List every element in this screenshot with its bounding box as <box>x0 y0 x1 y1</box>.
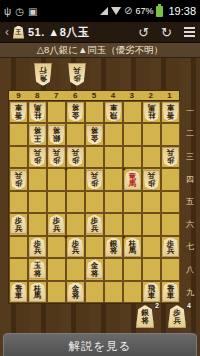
alarm-icon: ◷ <box>15 6 24 17</box>
gote-hand-piece[interactable]: 歩兵 <box>68 63 86 86</box>
sente-piece-香車[interactable]: 香車 <box>10 282 27 302</box>
clock-time: 19:38 <box>168 5 196 17</box>
status-bar: ψ ◷ ▣ ⊘ 67% 19:38 <box>0 0 200 22</box>
wifi-icon <box>111 7 121 15</box>
board-cell[interactable] <box>66 123 85 145</box>
sente-piece-歩兵[interactable]: 歩兵 <box>48 214 65 234</box>
board-cell[interactable] <box>104 191 123 213</box>
sente-piece-銀将[interactable]: 銀将 <box>136 305 154 328</box>
board-cell[interactable] <box>104 146 123 168</box>
shogi-board[interactable]: 香車桂馬金将飛車桂馬香車王将銀将金将歩兵歩兵歩兵歩兵歩兵歩兵竜馬歩兵歩兵歩兵歩兵… <box>8 100 180 304</box>
hoshi-dot <box>122 236 125 239</box>
board-cell[interactable] <box>142 146 161 168</box>
gote-piece-香車[interactable]: 香車 <box>10 102 27 122</box>
board-cell[interactable] <box>123 213 142 235</box>
variation-note-bar: △8八銀に▲同玉（優劣不明） <box>0 43 200 58</box>
board-cell[interactable] <box>161 191 180 213</box>
board-cell[interactable] <box>104 168 123 190</box>
board-cell[interactable] <box>9 191 28 213</box>
board-cell[interactable] <box>123 258 142 280</box>
board-cell[interactable] <box>123 123 142 145</box>
sente-hand-piece[interactable]: 銀将2 <box>136 305 154 328</box>
file-label: 1 <box>160 91 179 100</box>
board-cell[interactable]: 王将 <box>28 123 47 145</box>
sente-piece-香車[interactable]: 香車 <box>162 282 179 302</box>
board-cell[interactable]: 歩兵 <box>161 236 180 258</box>
board-cell[interactable] <box>28 191 47 213</box>
sente-piece-金将[interactable]: 金将 <box>67 282 84 302</box>
board-cell[interactable] <box>161 258 180 280</box>
gote-hand-tray: 角行歩兵 <box>0 58 200 90</box>
app-bar: ‹ 王 51. ▲8八玉 ↺ ↻ <box>0 22 200 43</box>
screenshot-icon: ▣ <box>28 6 37 17</box>
gote-piece-歩兵[interactable]: 歩兵 <box>143 170 160 190</box>
sente-piece-桂馬[interactable]: 桂馬 <box>124 237 141 257</box>
rank-labels: 一二三四五六七八九 <box>180 90 200 304</box>
board-cell[interactable] <box>47 258 66 280</box>
gote-piece-歩兵[interactable]: 歩兵 <box>29 147 46 167</box>
board-cell[interactable]: 金将 <box>85 123 104 145</box>
sente-piece-歩兵[interactable]: 歩兵 <box>10 214 27 234</box>
undo-icon[interactable]: ↺ <box>138 26 149 39</box>
gote-piece-歩兵[interactable]: 歩兵 <box>67 147 84 167</box>
board-cell[interactable] <box>161 213 180 235</box>
hoshi-dot <box>65 236 68 239</box>
gote-piece-歩兵[interactable]: 歩兵 <box>48 147 65 167</box>
board-cell[interactable]: 歩兵 <box>85 168 104 190</box>
battery-icon <box>156 6 163 17</box>
board-cell[interactable] <box>28 213 47 235</box>
sente-piece-金将[interactable]: 金将 <box>86 259 103 279</box>
gote-piece-桂馬[interactable]: 桂馬 <box>143 102 160 122</box>
sente-piece-玉将[interactable]: 玉将 <box>29 259 46 279</box>
board-cell[interactable]: 歩兵 <box>142 168 161 190</box>
board-cell[interactable]: 桂馬 <box>123 236 142 258</box>
board-cell[interactable]: 歩兵 <box>161 146 180 168</box>
gote-piece-歩兵[interactable]: 歩兵 <box>10 170 27 190</box>
board-cell[interactable] <box>85 281 104 303</box>
board-cell[interactable]: 歩兵 <box>9 168 28 190</box>
board-cell[interactable] <box>9 123 28 145</box>
board-cell[interactable] <box>142 258 161 280</box>
board-cell[interactable]: 香車 <box>161 281 180 303</box>
rank-label: 三 <box>180 145 200 168</box>
board-cell[interactable] <box>142 191 161 213</box>
rank-label: 四 <box>180 168 200 191</box>
file-label: 5 <box>85 91 104 100</box>
file-label: 8 <box>28 91 47 100</box>
board-cell[interactable] <box>66 191 85 213</box>
board-cell[interactable] <box>47 236 66 258</box>
board-cell[interactable] <box>28 168 47 190</box>
board-cell[interactable]: 金将 <box>66 281 85 303</box>
sente-piece-歩兵[interactable]: 歩兵 <box>29 237 46 257</box>
board-cell[interactable] <box>123 146 142 168</box>
file-label: 7 <box>47 91 66 100</box>
commentary-button[interactable]: 解説を見る <box>3 333 197 356</box>
gote-piece-歩兵[interactable]: 歩兵 <box>162 147 179 167</box>
board-cell[interactable] <box>85 191 104 213</box>
board-cell[interactable] <box>104 213 123 235</box>
back-button[interactable]: ‹ <box>5 26 9 38</box>
gote-piece-金将[interactable]: 金将 <box>86 125 103 145</box>
variation-note: △8八銀に▲同玉（優劣不明） <box>37 44 164 57</box>
board-cell[interactable] <box>85 236 104 258</box>
hoshi-dot <box>65 168 68 171</box>
gote-piece-香車[interactable]: 香車 <box>162 102 179 122</box>
board-cell[interactable]: 飛車 <box>104 101 123 123</box>
board-cell[interactable]: 銀将 <box>47 123 66 145</box>
board-cell[interactable]: 歩兵 <box>66 236 85 258</box>
sente-hand-piece[interactable]: 歩兵4 <box>168 305 186 328</box>
board-cell[interactable]: 桂馬 <box>28 281 47 303</box>
board-cell[interactable]: 金将 <box>66 101 85 123</box>
sente-piece-竜馬[interactable]: 竜馬 <box>124 170 141 190</box>
board-cell[interactable] <box>142 236 161 258</box>
battery-percent: 67% <box>135 6 153 16</box>
gote-piece-角行[interactable]: 角行 <box>34 63 52 86</box>
gote-piece-歩兵[interactable]: 歩兵 <box>68 63 86 86</box>
hoshi-dot <box>122 168 125 171</box>
gote-piece-金将[interactable]: 金将 <box>67 102 84 122</box>
board-cell[interactable]: 歩兵 <box>47 146 66 168</box>
board-cell[interactable] <box>161 168 180 190</box>
board-cell[interactable] <box>123 281 142 303</box>
board-cell[interactable]: 玉将 <box>28 258 47 280</box>
board-cell[interactable] <box>161 123 180 145</box>
board-cell[interactable] <box>66 213 85 235</box>
piece-count-badge: 4 <box>187 302 191 309</box>
sente-piece-飛車[interactable]: 飛車 <box>143 282 160 302</box>
sente-piece-歩兵[interactable]: 歩兵 <box>67 237 84 257</box>
rank-label: 二 <box>180 123 200 146</box>
rank-label: 六 <box>180 213 200 236</box>
menu-icon[interactable] <box>184 27 195 37</box>
gote-piece-歩兵[interactable]: 歩兵 <box>86 170 103 190</box>
move-title: 51. ▲8八玉 <box>28 25 89 40</box>
gote-piece-王将[interactable]: 王将 <box>29 125 46 145</box>
board-cell[interactable] <box>142 123 161 145</box>
file-label: 2 <box>141 91 160 100</box>
sente-hand-tray: 銀将2歩兵4 <box>0 304 200 331</box>
board-cell[interactable]: 竜馬 <box>123 168 142 190</box>
board-cell[interactable]: 香車 <box>9 281 28 303</box>
board-cell[interactable] <box>47 168 66 190</box>
sente-piece-桂馬[interactable]: 桂馬 <box>29 282 46 302</box>
board-cell[interactable]: 歩兵 <box>66 146 85 168</box>
board-cell[interactable] <box>85 146 104 168</box>
board-cell[interactable]: 桂馬 <box>142 101 161 123</box>
sente-piece-銀将[interactable]: 銀将 <box>105 237 122 257</box>
board-cell[interactable] <box>9 258 28 280</box>
no-data-icon: ⊘ <box>124 6 132 16</box>
file-label: 6 <box>66 91 85 100</box>
gote-piece-飛車[interactable]: 飛車 <box>105 102 122 122</box>
board-cell[interactable] <box>9 236 28 258</box>
piece-count-badge: 2 <box>155 302 159 309</box>
board-cell[interactable] <box>123 191 142 213</box>
board-cell[interactable]: 飛車 <box>142 281 161 303</box>
sente-piece-歩兵[interactable]: 歩兵 <box>86 214 103 234</box>
file-label: 4 <box>103 91 122 100</box>
board-cell[interactable] <box>9 146 28 168</box>
board-cell[interactable] <box>66 258 85 280</box>
app-screen: ψ ◷ ▣ ⊘ 67% 19:38 ‹ 王 51. ▲8八玉 ↺ ↻ △8八銀に… <box>0 0 200 356</box>
gote-piece-桂馬[interactable]: 桂馬 <box>29 102 46 122</box>
file-labels: 987654321 <box>8 90 180 100</box>
sente-piece-歩兵[interactable]: 歩兵 <box>162 237 179 257</box>
file-label: 9 <box>9 91 28 100</box>
board-zone: 987654321 香車桂馬金将飛車桂馬香車王将銀将金将歩兵歩兵歩兵歩兵歩兵歩兵… <box>0 90 200 304</box>
gote-piece-銀将[interactable]: 銀将 <box>48 125 65 145</box>
board-cell[interactable] <box>104 281 123 303</box>
board-cell[interactable]: 香車 <box>9 101 28 123</box>
board-cell[interactable]: 香車 <box>161 101 180 123</box>
redo-icon[interactable]: ↻ <box>161 26 172 39</box>
rank-label: 七 <box>180 236 200 259</box>
board-cell[interactable] <box>142 213 161 235</box>
board-cell[interactable] <box>104 123 123 145</box>
board-cell[interactable] <box>66 168 85 190</box>
rank-label: 五 <box>180 190 200 213</box>
board-cell[interactable] <box>104 258 123 280</box>
rank-label: 九 <box>180 281 200 304</box>
board-cell[interactable]: 歩兵 <box>9 213 28 235</box>
board-cell[interactable]: 歩兵 <box>85 213 104 235</box>
board-cell[interactable]: 銀将 <box>104 236 123 258</box>
gote-hand-piece[interactable]: 角行 <box>34 63 52 86</box>
board-cell[interactable]: 金将 <box>85 258 104 280</box>
signal-icon <box>100 7 108 15</box>
rank-label: 一 <box>180 100 200 123</box>
sente-piece-歩兵[interactable]: 歩兵 <box>168 305 186 328</box>
board-cell[interactable] <box>85 101 104 123</box>
rank-label: 八 <box>180 258 200 281</box>
board-cell[interactable] <box>47 281 66 303</box>
board-cell[interactable] <box>47 101 66 123</box>
board-cell[interactable]: 歩兵 <box>28 236 47 258</box>
board-cell[interactable]: 歩兵 <box>28 146 47 168</box>
usb-icon: ψ <box>4 6 11 17</box>
file-label: 3 <box>122 91 141 100</box>
board-cell[interactable]: 歩兵 <box>47 213 66 235</box>
board-cell[interactable] <box>123 101 142 123</box>
app-logo-icon: 王 <box>13 26 24 39</box>
board-cell[interactable] <box>47 191 66 213</box>
board-cell[interactable]: 桂馬 <box>28 101 47 123</box>
